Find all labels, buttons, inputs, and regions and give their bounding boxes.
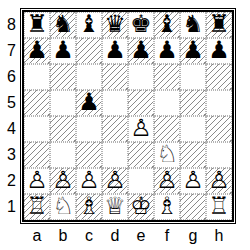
piece-black-queen: ♛ <box>104 11 126 37</box>
square-c6[interactable] <box>76 64 102 90</box>
file-label-a: a <box>24 226 50 246</box>
square-f1[interactable]: ♗ <box>154 194 180 220</box>
square-g1[interactable] <box>180 194 206 220</box>
square-a1[interactable]: ♖ <box>24 194 50 220</box>
chess-diagram: 87654321 ♜♞♝♛♚♝♞♜♟♟♟♟♟♟♟♟♙♘♙♙♙♙♙♙♙♖♘♗♕♔♗… <box>0 0 250 250</box>
square-d3[interactable] <box>102 142 128 168</box>
piece-black-knight: ♞ <box>182 11 204 37</box>
square-b5[interactable] <box>50 90 76 116</box>
square-e2[interactable] <box>128 168 154 194</box>
square-d7[interactable]: ♟ <box>102 38 128 64</box>
file-label-f: f <box>154 226 180 246</box>
square-h6[interactable] <box>206 64 232 90</box>
rank-label-2: 2 <box>0 168 16 194</box>
square-a8[interactable]: ♜ <box>24 12 50 38</box>
piece-black-pawn: ♟ <box>182 37 204 63</box>
square-b1[interactable]: ♘ <box>50 194 76 220</box>
square-a2[interactable]: ♙ <box>24 168 50 194</box>
square-f2[interactable]: ♙ <box>154 168 180 194</box>
square-b2[interactable]: ♙ <box>50 168 76 194</box>
square-c3[interactable] <box>76 142 102 168</box>
file-label-g: g <box>180 226 206 246</box>
piece-white-pawn: ♙ <box>104 167 126 193</box>
square-g7[interactable]: ♟ <box>180 38 206 64</box>
square-c7[interactable] <box>76 38 102 64</box>
piece-white-pawn: ♙ <box>78 167 100 193</box>
rank-label-3: 3 <box>0 142 16 168</box>
square-a7[interactable]: ♟ <box>24 38 50 64</box>
square-h4[interactable] <box>206 116 232 142</box>
piece-white-pawn: ♙ <box>130 115 152 141</box>
piece-white-bishop: ♗ <box>78 193 100 219</box>
square-e8[interactable]: ♚ <box>128 12 154 38</box>
chess-board: ♜♞♝♛♚♝♞♜♟♟♟♟♟♟♟♟♙♘♙♙♙♙♙♙♙♖♘♗♕♔♗♖ <box>24 12 232 220</box>
square-g5[interactable] <box>180 90 206 116</box>
rank-label-4: 4 <box>0 116 16 142</box>
square-g3[interactable] <box>180 142 206 168</box>
piece-black-pawn: ♟ <box>26 37 48 63</box>
square-g8[interactable]: ♞ <box>180 12 206 38</box>
piece-black-pawn: ♟ <box>130 37 152 63</box>
square-e7[interactable]: ♟ <box>128 38 154 64</box>
square-e1[interactable]: ♔ <box>128 194 154 220</box>
square-d6[interactable] <box>102 64 128 90</box>
rank-label-6: 6 <box>0 64 16 90</box>
piece-black-pawn: ♟ <box>78 89 100 115</box>
square-b3[interactable] <box>50 142 76 168</box>
square-a6[interactable] <box>24 64 50 90</box>
board-inner-frame: ♜♞♝♛♚♝♞♜♟♟♟♟♟♟♟♟♙♘♙♙♙♙♙♙♙♖♘♗♕♔♗♖ <box>22 10 234 222</box>
piece-white-pawn: ♙ <box>52 167 74 193</box>
square-g2[interactable]: ♙ <box>180 168 206 194</box>
square-g4[interactable] <box>180 116 206 142</box>
square-f3[interactable]: ♘ <box>154 142 180 168</box>
rank-label-8: 8 <box>0 12 16 38</box>
piece-black-pawn: ♟ <box>156 37 178 63</box>
square-d4[interactable] <box>102 116 128 142</box>
piece-white-pawn: ♙ <box>208 167 230 193</box>
rank-label-7: 7 <box>0 38 16 64</box>
square-f5[interactable] <box>154 90 180 116</box>
piece-black-king: ♚ <box>130 11 152 37</box>
file-label-b: b <box>50 226 76 246</box>
square-d2[interactable]: ♙ <box>102 168 128 194</box>
piece-black-pawn: ♟ <box>104 37 126 63</box>
piece-white-pawn: ♙ <box>26 167 48 193</box>
square-h8[interactable]: ♜ <box>206 12 232 38</box>
square-d8[interactable]: ♛ <box>102 12 128 38</box>
board-frame: ♜♞♝♛♚♝♞♜♟♟♟♟♟♟♟♟♙♘♙♙♙♙♙♙♙♖♘♗♕♔♗♖ <box>20 8 236 224</box>
square-e6[interactable] <box>128 64 154 90</box>
piece-white-pawn: ♙ <box>182 167 204 193</box>
piece-black-rook: ♜ <box>208 11 230 37</box>
piece-white-bishop: ♗ <box>156 193 178 219</box>
square-h7[interactable]: ♟ <box>206 38 232 64</box>
piece-white-king: ♔ <box>130 193 152 219</box>
square-c4[interactable] <box>76 116 102 142</box>
square-b4[interactable] <box>50 116 76 142</box>
square-h3[interactable] <box>206 142 232 168</box>
file-label-e: e <box>128 226 154 246</box>
piece-white-rook: ♖ <box>208 193 230 219</box>
piece-black-rook: ♜ <box>26 11 48 37</box>
piece-white-knight: ♘ <box>156 141 178 167</box>
rank-label-5: 5 <box>0 90 16 116</box>
piece-black-bishop: ♝ <box>156 11 178 37</box>
square-d5[interactable] <box>102 90 128 116</box>
square-g6[interactable] <box>180 64 206 90</box>
square-c5[interactable]: ♟ <box>76 90 102 116</box>
piece-white-knight: ♘ <box>52 193 74 219</box>
rank-labels: 87654321 <box>0 12 16 220</box>
file-label-h: h <box>206 226 232 246</box>
square-e4[interactable]: ♙ <box>128 116 154 142</box>
square-h2[interactable]: ♙ <box>206 168 232 194</box>
square-d1[interactable]: ♕ <box>102 194 128 220</box>
square-f7[interactable]: ♟ <box>154 38 180 64</box>
square-f8[interactable]: ♝ <box>154 12 180 38</box>
square-h1[interactable]: ♖ <box>206 194 232 220</box>
square-c2[interactable]: ♙ <box>76 168 102 194</box>
piece-black-bishop: ♝ <box>78 11 100 37</box>
square-e3[interactable] <box>128 142 154 168</box>
piece-white-rook: ♖ <box>26 193 48 219</box>
file-label-c: c <box>76 226 102 246</box>
piece-black-pawn: ♟ <box>208 37 230 63</box>
rank-label-1: 1 <box>0 194 16 220</box>
square-a4[interactable] <box>24 116 50 142</box>
square-e5[interactable] <box>128 90 154 116</box>
piece-white-pawn: ♙ <box>156 167 178 193</box>
square-b7[interactable]: ♟ <box>50 38 76 64</box>
square-a5[interactable] <box>24 90 50 116</box>
square-c1[interactable]: ♗ <box>76 194 102 220</box>
square-b8[interactable]: ♞ <box>50 12 76 38</box>
square-h5[interactable] <box>206 90 232 116</box>
square-a3[interactable] <box>24 142 50 168</box>
piece-black-knight: ♞ <box>52 11 74 37</box>
square-b6[interactable] <box>50 64 76 90</box>
piece-black-pawn: ♟ <box>52 37 74 63</box>
square-f6[interactable] <box>154 64 180 90</box>
piece-white-queen: ♕ <box>104 193 126 219</box>
file-label-d: d <box>102 226 128 246</box>
square-f4[interactable] <box>154 116 180 142</box>
file-labels: abcdefgh <box>24 226 232 246</box>
square-c8[interactable]: ♝ <box>76 12 102 38</box>
